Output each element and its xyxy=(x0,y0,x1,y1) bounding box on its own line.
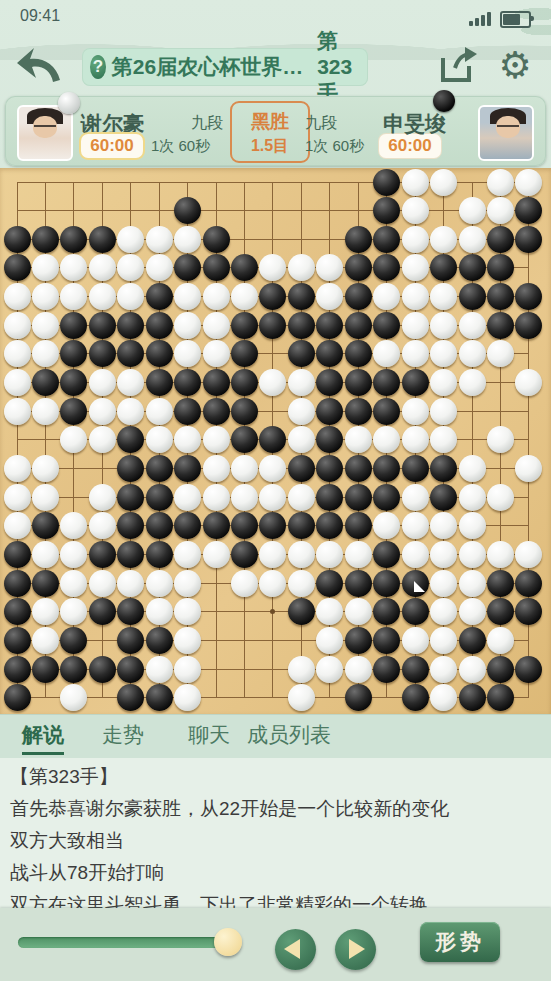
black-stone xyxy=(487,283,514,310)
white-stone xyxy=(174,312,201,339)
black-stone xyxy=(345,340,372,367)
black-stone xyxy=(373,656,400,683)
black-stone xyxy=(402,455,429,482)
white-stone xyxy=(60,541,87,568)
black-stone xyxy=(259,312,286,339)
left-player-white-stone-badge xyxy=(58,92,80,114)
black-stone xyxy=(345,283,372,310)
black-stone xyxy=(60,226,87,253)
white-stone xyxy=(430,169,457,196)
white-stone xyxy=(459,512,486,539)
white-stone xyxy=(316,541,343,568)
white-stone xyxy=(430,512,457,539)
white-stone xyxy=(146,570,173,597)
bottom-control-bar: 形势 xyxy=(0,908,551,981)
white-stone xyxy=(259,455,286,482)
white-stone xyxy=(231,570,258,597)
black-stone xyxy=(430,455,457,482)
black-stone xyxy=(231,398,258,425)
clock-time: 09:41 xyxy=(20,7,60,25)
white-stone xyxy=(259,570,286,597)
black-stone xyxy=(345,226,372,253)
commentary-line: 首先恭喜谢尔豪获胜，从22开始是一个比较新的变化 xyxy=(10,796,551,822)
white-stone xyxy=(288,570,315,597)
black-stone xyxy=(345,627,372,654)
black-stone xyxy=(89,312,116,339)
black-stone xyxy=(203,512,230,539)
white-stone xyxy=(174,484,201,511)
white-stone xyxy=(89,398,116,425)
black-stone xyxy=(487,570,514,597)
white-stone xyxy=(259,484,286,511)
white-stone xyxy=(60,512,87,539)
white-stone xyxy=(203,426,230,453)
white-stone xyxy=(373,512,400,539)
black-stone xyxy=(487,684,514,711)
white-stone xyxy=(487,340,514,367)
white-stone xyxy=(459,598,486,625)
white-stone xyxy=(146,426,173,453)
white-stone xyxy=(89,283,116,310)
white-stone xyxy=(316,283,343,310)
white-stone xyxy=(32,627,59,654)
white-stone xyxy=(288,656,315,683)
white-stone xyxy=(459,226,486,253)
white-stone xyxy=(515,369,542,396)
white-stone xyxy=(373,283,400,310)
white-stone xyxy=(459,541,486,568)
white-stone xyxy=(259,541,286,568)
white-stone xyxy=(316,656,343,683)
black-stone xyxy=(459,254,486,281)
white-stone xyxy=(117,570,144,597)
next-move-button[interactable] xyxy=(335,929,376,970)
black-stone xyxy=(487,226,514,253)
right-player-rank: 九段 xyxy=(305,113,337,134)
white-stone xyxy=(89,512,116,539)
black-stone xyxy=(146,283,173,310)
white-stone xyxy=(459,312,486,339)
black-stone xyxy=(515,570,542,597)
black-stone xyxy=(117,426,144,453)
white-stone xyxy=(402,426,429,453)
share-button[interactable] xyxy=(435,44,479,88)
result-badge: 黑胜 1.5目 xyxy=(230,101,310,163)
white-stone xyxy=(89,426,116,453)
signal-icon xyxy=(469,12,493,26)
black-stone xyxy=(459,684,486,711)
black-stone xyxy=(373,369,400,396)
white-stone xyxy=(32,541,59,568)
white-stone xyxy=(430,312,457,339)
white-stone xyxy=(174,541,201,568)
black-stone xyxy=(203,398,230,425)
white-stone xyxy=(4,455,31,482)
white-stone xyxy=(459,570,486,597)
tab-3[interactable]: 聊天 xyxy=(188,721,230,749)
black-stone xyxy=(430,254,457,281)
black-stone xyxy=(117,512,144,539)
black-stone xyxy=(89,598,116,625)
white-stone xyxy=(174,226,201,253)
black-stone xyxy=(32,226,59,253)
commentary-panel[interactable]: 【第323手】首先恭喜谢尔豪获胜，从22开始是一个比较新的变化双方大致相当战斗从… xyxy=(0,758,551,908)
black-stone xyxy=(174,369,201,396)
white-stone xyxy=(146,598,173,625)
commentary-line: 【第323手】 xyxy=(10,764,551,790)
white-stone xyxy=(515,455,542,482)
black-stone xyxy=(146,312,173,339)
black-stone xyxy=(60,369,87,396)
white-stone xyxy=(345,541,372,568)
white-stone xyxy=(430,426,457,453)
go-board[interactable] xyxy=(0,168,551,714)
white-stone xyxy=(174,426,201,453)
tab-1[interactable]: 解说 xyxy=(22,721,64,755)
white-stone xyxy=(60,426,87,453)
white-stone xyxy=(32,312,59,339)
white-stone xyxy=(459,484,486,511)
white-stone xyxy=(117,369,144,396)
white-stone xyxy=(89,484,116,511)
black-stone xyxy=(146,484,173,511)
white-stone xyxy=(174,684,201,711)
white-stone xyxy=(288,398,315,425)
black-stone xyxy=(459,283,486,310)
white-stone xyxy=(402,398,429,425)
white-stone xyxy=(174,283,201,310)
white-stone xyxy=(32,598,59,625)
white-stone xyxy=(89,570,116,597)
white-stone xyxy=(487,484,514,511)
situation-analysis-button[interactable]: 形势 xyxy=(420,922,500,962)
black-stone xyxy=(316,484,343,511)
black-stone xyxy=(515,598,542,625)
black-stone xyxy=(231,426,258,453)
white-stone xyxy=(402,226,429,253)
tab-2[interactable]: 走势 xyxy=(102,721,144,749)
white-stone xyxy=(4,398,31,425)
black-stone xyxy=(60,312,87,339)
white-stone xyxy=(402,254,429,281)
black-stone xyxy=(4,684,31,711)
white-stone xyxy=(117,398,144,425)
white-stone xyxy=(459,340,486,367)
white-stone xyxy=(430,226,457,253)
white-stone xyxy=(4,312,31,339)
black-stone xyxy=(515,197,542,224)
black-stone xyxy=(316,398,343,425)
white-stone xyxy=(430,340,457,367)
black-stone xyxy=(373,570,400,597)
black-stone xyxy=(4,656,31,683)
black-stone xyxy=(60,656,87,683)
black-stone xyxy=(373,254,400,281)
black-stone xyxy=(288,598,315,625)
white-stone xyxy=(174,627,201,654)
white-stone xyxy=(89,254,116,281)
white-stone xyxy=(373,426,400,453)
black-stone xyxy=(345,312,372,339)
white-stone xyxy=(316,254,343,281)
black-stone xyxy=(402,369,429,396)
white-stone xyxy=(430,684,457,711)
black-stone xyxy=(373,398,400,425)
white-stone xyxy=(402,512,429,539)
white-stone xyxy=(288,684,315,711)
black-stone xyxy=(231,312,258,339)
white-stone xyxy=(259,254,286,281)
white-stone xyxy=(402,312,429,339)
white-stone xyxy=(459,197,486,224)
white-stone xyxy=(402,484,429,511)
black-stone xyxy=(316,512,343,539)
black-stone xyxy=(231,340,258,367)
white-stone xyxy=(430,598,457,625)
white-stone xyxy=(487,197,514,224)
black-stone xyxy=(4,570,31,597)
black-stone xyxy=(316,312,343,339)
black-stone xyxy=(345,570,372,597)
white-stone xyxy=(203,455,230,482)
white-stone xyxy=(345,598,372,625)
white-stone xyxy=(174,598,201,625)
white-stone xyxy=(203,484,230,511)
tab-4[interactable]: 成员列表 xyxy=(247,721,331,749)
black-stone xyxy=(4,226,31,253)
left-player-periods: 1次 60秒 xyxy=(151,137,210,156)
white-stone xyxy=(515,541,542,568)
white-stone xyxy=(60,283,87,310)
black-stone xyxy=(60,627,87,654)
white-stone xyxy=(288,426,315,453)
black-stone xyxy=(316,369,343,396)
black-stone xyxy=(231,254,258,281)
white-stone xyxy=(515,169,542,196)
black-stone xyxy=(345,398,372,425)
battery-icon xyxy=(500,11,531,28)
white-stone xyxy=(487,627,514,654)
white-stone xyxy=(259,369,286,396)
back-button[interactable] xyxy=(14,44,62,88)
white-stone xyxy=(231,455,258,482)
black-stone xyxy=(117,656,144,683)
black-stone xyxy=(231,512,258,539)
black-stone xyxy=(203,254,230,281)
black-stone xyxy=(174,455,201,482)
header: ? 第26届农心杯世界… 第323手 ⚙ xyxy=(0,42,551,94)
black-stone xyxy=(32,656,59,683)
black-stone xyxy=(89,340,116,367)
white-stone xyxy=(117,226,144,253)
black-stone xyxy=(515,312,542,339)
white-stone xyxy=(345,426,372,453)
black-stone xyxy=(373,169,400,196)
black-stone xyxy=(373,455,400,482)
white-stone xyxy=(203,283,230,310)
black-stone xyxy=(60,340,87,367)
white-stone xyxy=(203,312,230,339)
white-stone xyxy=(60,570,87,597)
game-title-pill[interactable]: ? 第26届农心杯世界… 第323手 xyxy=(82,48,368,86)
status-bar: 09:41 xyxy=(0,0,551,30)
white-stone xyxy=(203,340,230,367)
black-stone xyxy=(117,484,144,511)
white-stone xyxy=(459,656,486,683)
black-stone xyxy=(32,570,59,597)
commentary-line: 战斗从78开始打响 xyxy=(10,860,551,886)
black-stone xyxy=(259,426,286,453)
white-stone xyxy=(4,369,31,396)
black-stone xyxy=(373,312,400,339)
game-title: 第26届农心杯世界… xyxy=(112,53,303,81)
black-stone xyxy=(515,226,542,253)
white-stone xyxy=(117,283,144,310)
black-stone xyxy=(203,226,230,253)
black-stone xyxy=(32,369,59,396)
right-player-name: 申旻埈 xyxy=(383,110,446,138)
black-stone xyxy=(487,656,514,683)
black-stone xyxy=(4,541,31,568)
star-point xyxy=(270,609,275,614)
white-stone xyxy=(4,512,31,539)
commentary-line: 双方大致相当 xyxy=(10,828,551,854)
white-stone xyxy=(32,254,59,281)
black-stone xyxy=(402,684,429,711)
white-stone xyxy=(4,340,31,367)
white-stone xyxy=(174,340,201,367)
black-stone xyxy=(117,627,144,654)
white-stone xyxy=(60,684,87,711)
white-stone xyxy=(430,283,457,310)
move-number: 第323手 xyxy=(317,27,368,107)
white-stone xyxy=(146,398,173,425)
white-stone xyxy=(459,369,486,396)
black-stone xyxy=(373,484,400,511)
white-stone xyxy=(402,627,429,654)
black-stone xyxy=(89,541,116,568)
move-slider[interactable] xyxy=(18,937,235,948)
white-stone xyxy=(459,455,486,482)
black-stone xyxy=(4,598,31,625)
white-stone xyxy=(60,254,87,281)
black-stone xyxy=(259,512,286,539)
left-triangle-icon xyxy=(284,939,300,959)
settings-gear-icon[interactable]: ⚙ xyxy=(493,44,537,88)
black-stone xyxy=(174,254,201,281)
black-stone xyxy=(146,627,173,654)
black-stone xyxy=(402,598,429,625)
black-stone xyxy=(316,455,343,482)
black-stone xyxy=(430,484,457,511)
commentary-line: 双方在这里斗智斗勇，下出了非常精彩的一个转换 xyxy=(10,892,551,908)
black-stone xyxy=(316,340,343,367)
black-stone xyxy=(259,283,286,310)
white-stone xyxy=(60,598,87,625)
white-stone xyxy=(32,340,59,367)
white-stone xyxy=(32,484,59,511)
white-stone xyxy=(4,484,31,511)
black-stone xyxy=(288,340,315,367)
right-player-black-stone-badge xyxy=(433,90,455,112)
white-stone xyxy=(430,627,457,654)
white-stone xyxy=(316,598,343,625)
black-stone xyxy=(316,570,343,597)
white-stone xyxy=(430,656,457,683)
help-icon[interactable]: ? xyxy=(90,55,106,79)
white-stone xyxy=(146,656,173,683)
black-stone xyxy=(32,512,59,539)
black-stone xyxy=(117,455,144,482)
result-line2: 1.5目 xyxy=(232,136,308,157)
black-stone xyxy=(288,312,315,339)
black-stone xyxy=(373,226,400,253)
black-stone xyxy=(288,283,315,310)
left-player-rank: 九段 xyxy=(191,113,223,134)
white-stone xyxy=(146,226,173,253)
white-stone xyxy=(402,340,429,367)
black-stone xyxy=(487,254,514,281)
black-stone xyxy=(373,541,400,568)
black-stone xyxy=(146,684,173,711)
black-stone xyxy=(288,512,315,539)
black-stone xyxy=(288,455,315,482)
black-stone xyxy=(89,226,116,253)
black-stone xyxy=(60,398,87,425)
white-stone xyxy=(487,169,514,196)
slider-knob[interactable] xyxy=(214,928,242,956)
white-stone xyxy=(32,455,59,482)
black-stone xyxy=(4,254,31,281)
left-player-timer: 60:00 xyxy=(81,134,143,158)
white-stone xyxy=(430,398,457,425)
black-stone xyxy=(487,312,514,339)
white-stone xyxy=(174,656,201,683)
white-stone xyxy=(430,570,457,597)
white-stone xyxy=(316,627,343,654)
previous-move-button[interactable] xyxy=(275,929,316,970)
white-stone xyxy=(117,254,144,281)
black-stone xyxy=(515,283,542,310)
white-stone xyxy=(487,426,514,453)
black-stone xyxy=(345,512,372,539)
black-stone xyxy=(345,684,372,711)
white-stone xyxy=(402,169,429,196)
black-stone xyxy=(146,512,173,539)
black-stone xyxy=(373,197,400,224)
white-stone xyxy=(231,484,258,511)
black-stone xyxy=(146,340,173,367)
white-stone xyxy=(203,541,230,568)
black-stone xyxy=(117,598,144,625)
black-stone xyxy=(373,598,400,625)
black-stone xyxy=(146,369,173,396)
black-stone xyxy=(117,312,144,339)
white-stone xyxy=(288,484,315,511)
black-stone xyxy=(402,656,429,683)
player-panel: 谢尔豪 九段 60:00 1次 60秒 黑胜 1.5目 九段 1次 60秒 60… xyxy=(5,96,546,166)
black-stone xyxy=(345,484,372,511)
right-triangle-icon xyxy=(349,939,365,959)
black-stone xyxy=(117,340,144,367)
white-stone xyxy=(430,369,457,396)
white-stone xyxy=(402,541,429,568)
black-stone xyxy=(203,369,230,396)
black-stone xyxy=(89,656,116,683)
black-stone xyxy=(4,627,31,654)
black-stone xyxy=(174,512,201,539)
black-stone xyxy=(231,541,258,568)
